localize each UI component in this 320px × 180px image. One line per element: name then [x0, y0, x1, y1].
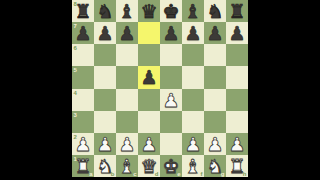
square-h3[interactable]: [226, 111, 248, 133]
piece-black-bishop[interactable]: ♝: [184, 0, 201, 22]
rank-label-3: 3: [74, 112, 77, 118]
square-b6[interactable]: [94, 44, 116, 66]
square-f8[interactable]: ♝: [182, 0, 204, 22]
square-e1[interactable]: e♚: [160, 155, 182, 177]
file-label-d: d: [155, 171, 159, 177]
rank-label-8: 8: [74, 1, 77, 7]
square-c7[interactable]: ♟: [116, 22, 138, 44]
square-g8[interactable]: ♞: [204, 0, 226, 22]
square-g5[interactable]: [204, 66, 226, 88]
file-label-g: g: [221, 171, 225, 177]
square-a8[interactable]: 8♜: [72, 0, 94, 22]
square-h4[interactable]: [226, 89, 248, 111]
piece-white-pawn[interactable]: ♟: [96, 133, 113, 155]
square-c3[interactable]: [116, 111, 138, 133]
square-h5[interactable]: [226, 66, 248, 88]
square-b8[interactable]: ♞: [94, 0, 116, 22]
square-d2[interactable]: ♟: [138, 133, 160, 155]
file-label-h: h: [243, 171, 247, 177]
square-b5[interactable]: [94, 66, 116, 88]
piece-black-knight[interactable]: ♞: [206, 0, 223, 22]
piece-white-pawn[interactable]: ♟: [162, 89, 179, 111]
square-f3[interactable]: [182, 111, 204, 133]
square-h1[interactable]: h♜: [226, 155, 248, 177]
square-c5[interactable]: [116, 66, 138, 88]
file-label-c: c: [133, 171, 136, 177]
file-label-f: f: [201, 171, 203, 177]
piece-black-pawn[interactable]: ♟: [118, 22, 135, 44]
square-b7[interactable]: ♟: [94, 22, 116, 44]
square-g7[interactable]: ♟: [204, 22, 226, 44]
square-a6[interactable]: 6: [72, 44, 94, 66]
square-a1[interactable]: 1a♜: [72, 155, 94, 177]
square-h2[interactable]: ♟: [226, 133, 248, 155]
square-e5[interactable]: [160, 66, 182, 88]
square-d8[interactable]: ♛: [138, 0, 160, 22]
square-g4[interactable]: [204, 89, 226, 111]
square-g3[interactable]: [204, 111, 226, 133]
square-g1[interactable]: g♞: [204, 155, 226, 177]
file-label-b: b: [111, 171, 115, 177]
piece-white-pawn[interactable]: ♟: [184, 133, 201, 155]
piece-black-king[interactable]: ♚: [162, 0, 179, 22]
letterbox-left: [0, 0, 72, 180]
piece-black-knight[interactable]: ♞: [96, 0, 113, 22]
rank-label-5: 5: [74, 67, 77, 73]
square-d4[interactable]: [138, 89, 160, 111]
square-a2[interactable]: 2♟: [72, 133, 94, 155]
square-c6[interactable]: [116, 44, 138, 66]
square-d7[interactable]: [138, 22, 160, 44]
piece-white-bishop[interactable]: ♝: [184, 155, 201, 177]
square-g2[interactable]: ♟: [204, 133, 226, 155]
square-e3[interactable]: [160, 111, 182, 133]
square-d6[interactable]: [138, 44, 160, 66]
square-f2[interactable]: ♟: [182, 133, 204, 155]
square-f7[interactable]: ♟: [182, 22, 204, 44]
video-frame: 8♜♞♝♛♚♝♞♜7♟♟♟♟♟♟♟65♟4♟32♟♟♟♟♟♟♟1a♜b♞c♝d♛…: [0, 0, 320, 180]
square-h6[interactable]: [226, 44, 248, 66]
piece-white-pawn[interactable]: ♟: [74, 133, 91, 155]
square-c1[interactable]: c♝: [116, 155, 138, 177]
square-f1[interactable]: f♝: [182, 155, 204, 177]
piece-black-pawn[interactable]: ♟: [184, 22, 201, 44]
rank-label-4: 4: [74, 90, 77, 96]
square-f6[interactable]: [182, 44, 204, 66]
piece-black-bishop[interactable]: ♝: [118, 0, 135, 22]
square-h7[interactable]: ♟: [226, 22, 248, 44]
square-b1[interactable]: b♞: [94, 155, 116, 177]
square-d1[interactable]: d♛: [138, 155, 160, 177]
piece-black-pawn[interactable]: ♟: [140, 66, 157, 88]
piece-black-pawn[interactable]: ♟: [96, 22, 113, 44]
rank-label-1: 1: [74, 156, 77, 162]
square-b3[interactable]: [94, 111, 116, 133]
square-g6[interactable]: [204, 44, 226, 66]
file-label-e: e: [177, 171, 180, 177]
piece-black-pawn[interactable]: ♟: [74, 22, 91, 44]
square-e8[interactable]: ♚: [160, 0, 182, 22]
piece-white-pawn[interactable]: ♟: [228, 133, 245, 155]
square-a7[interactable]: 7♟: [72, 22, 94, 44]
piece-white-pawn[interactable]: ♟: [140, 133, 157, 155]
letterbox-right: [248, 0, 320, 180]
rank-label-6: 6: [74, 45, 77, 51]
piece-black-rook[interactable]: ♜: [74, 0, 91, 22]
piece-white-pawn[interactable]: ♟: [206, 133, 223, 155]
piece-black-pawn[interactable]: ♟: [228, 22, 245, 44]
square-a3[interactable]: 3: [72, 111, 94, 133]
square-f5[interactable]: [182, 66, 204, 88]
square-c2[interactable]: ♟: [116, 133, 138, 155]
piece-black-queen[interactable]: ♛: [140, 0, 157, 22]
piece-black-pawn[interactable]: ♟: [162, 22, 179, 44]
chess-board: 8♜♞♝♛♚♝♞♜7♟♟♟♟♟♟♟65♟4♟32♟♟♟♟♟♟♟1a♜b♞c♝d♛…: [72, 0, 248, 177]
piece-black-rook[interactable]: ♜: [228, 0, 245, 22]
square-d3[interactable]: [138, 111, 160, 133]
rank-label-2: 2: [74, 134, 77, 140]
square-a5[interactable]: 5: [72, 66, 94, 88]
square-b2[interactable]: ♟: [94, 133, 116, 155]
square-e2[interactable]: [160, 133, 182, 155]
square-e6[interactable]: [160, 44, 182, 66]
square-e7[interactable]: ♟: [160, 22, 182, 44]
square-b4[interactable]: [94, 89, 116, 111]
piece-white-pawn[interactable]: ♟: [118, 133, 135, 155]
square-c4[interactable]: [116, 89, 138, 111]
square-c8[interactable]: ♝: [116, 0, 138, 22]
square-h8[interactable]: ♜: [226, 0, 248, 22]
rank-label-7: 7: [74, 23, 77, 29]
piece-black-pawn[interactable]: ♟: [206, 22, 223, 44]
square-d5[interactable]: ♟: [138, 66, 160, 88]
square-e4[interactable]: ♟: [160, 89, 182, 111]
square-f4[interactable]: [182, 89, 204, 111]
file-label-a: a: [89, 171, 92, 177]
square-a4[interactable]: 4: [72, 89, 94, 111]
